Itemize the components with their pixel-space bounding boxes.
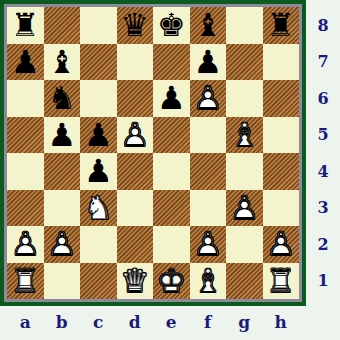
piece-white-knight[interactable]: ♞ (80, 190, 117, 227)
square-f1[interactable]: ♝♗ (190, 263, 227, 300)
piece-white-pawn-outline: ♙ (263, 226, 300, 263)
square-a1[interactable]: ♜♖ (7, 263, 44, 300)
rank-labels: 87654321 (308, 7, 338, 299)
piece-white-rook[interactable]: ♜ (263, 263, 300, 300)
rank-label-4: 4 (308, 153, 338, 190)
piece-white-king-outline: ♔ (153, 263, 190, 300)
piece-black-bishop[interactable]: ♝ (44, 44, 81, 81)
piece-white-pawn-outline: ♙ (190, 80, 227, 117)
piece-black-pawn[interactable]: ♟ (44, 117, 81, 154)
square-g1[interactable] (226, 263, 263, 300)
rank-label-8: 8 (308, 7, 338, 44)
square-g7[interactable] (226, 44, 263, 81)
square-e3[interactable] (153, 190, 190, 227)
piece-white-knight-outline: ♘ (80, 190, 117, 227)
piece-white-pawn-outline: ♙ (117, 117, 154, 154)
square-a6[interactable] (7, 80, 44, 117)
piece-black-king[interactable]: ♚ (153, 7, 190, 44)
piece-white-pawn[interactable]: ♟ (117, 117, 154, 154)
file-label-a: a (7, 306, 44, 338)
piece-black-pawn[interactable]: ♟ (190, 44, 227, 81)
piece-white-pawn-outline: ♙ (7, 226, 44, 263)
square-f6[interactable]: ♟♙ (190, 80, 227, 117)
square-c5[interactable]: ♟ (80, 117, 117, 154)
square-g4[interactable] (226, 153, 263, 190)
square-f5[interactable] (190, 117, 227, 154)
piece-black-bishop[interactable]: ♝ (190, 7, 227, 44)
board-border: ♜♛♚♝♜♟♝♟♞♟♟♙♟♟♟♙♝♗♟♞♘♟♙♟♙♟♙♟♙♟♙♜♖♛♕♚♔♝♗♜… (0, 0, 306, 306)
square-e7[interactable] (153, 44, 190, 81)
square-f4[interactable] (190, 153, 227, 190)
piece-white-pawn[interactable]: ♟ (7, 226, 44, 263)
square-b1[interactable] (44, 263, 81, 300)
square-g5[interactable]: ♝♗ (226, 117, 263, 154)
piece-black-rook[interactable]: ♜ (263, 7, 300, 44)
piece-white-rook[interactable]: ♜ (7, 263, 44, 300)
file-label-e: e (153, 306, 190, 338)
file-label-f: f (190, 306, 227, 338)
piece-black-queen[interactable]: ♛ (117, 7, 154, 44)
file-label-c: c (80, 306, 117, 338)
piece-black-pawn[interactable]: ♟ (80, 153, 117, 190)
square-a3[interactable] (7, 190, 44, 227)
piece-white-rook-outline: ♖ (263, 263, 300, 300)
rank-label-7: 7 (308, 44, 338, 81)
square-e5[interactable] (153, 117, 190, 154)
square-b5[interactable]: ♟ (44, 117, 81, 154)
square-d4[interactable] (117, 153, 154, 190)
square-b8[interactable] (44, 7, 81, 44)
square-d6[interactable] (117, 80, 154, 117)
square-g6[interactable] (226, 80, 263, 117)
square-d8[interactable]: ♛ (117, 7, 154, 44)
square-c2[interactable] (80, 226, 117, 263)
square-e6[interactable]: ♟ (153, 80, 190, 117)
square-b7[interactable]: ♝ (44, 44, 81, 81)
square-c6[interactable] (80, 80, 117, 117)
square-c3[interactable]: ♞♘ (80, 190, 117, 227)
piece-white-bishop-outline: ♗ (226, 117, 263, 154)
piece-white-rook-outline: ♖ (7, 263, 44, 300)
square-g3[interactable]: ♟♙ (226, 190, 263, 227)
piece-white-pawn[interactable]: ♟ (226, 190, 263, 227)
piece-black-pawn[interactable]: ♟ (7, 44, 44, 81)
square-f2[interactable]: ♟♙ (190, 226, 227, 263)
piece-white-pawn-outline: ♙ (44, 226, 81, 263)
piece-black-knight[interactable]: ♞ (44, 80, 81, 117)
piece-white-queen-outline: ♕ (117, 263, 154, 300)
square-f7[interactable]: ♟ (190, 44, 227, 81)
file-label-g: g (226, 306, 263, 338)
rank-label-3: 3 (308, 190, 338, 227)
rank-label-5: 5 (308, 117, 338, 154)
square-c1[interactable] (80, 263, 117, 300)
piece-white-pawn-outline: ♙ (226, 190, 263, 227)
piece-white-queen[interactable]: ♛ (117, 263, 154, 300)
square-h8[interactable]: ♜ (263, 7, 300, 44)
chess-board: ♜♛♚♝♜♟♝♟♞♟♟♙♟♟♟♙♝♗♟♞♘♟♙♟♙♟♙♟♙♟♙♜♖♛♕♚♔♝♗♜… (7, 7, 299, 299)
square-f3[interactable] (190, 190, 227, 227)
square-b3[interactable] (44, 190, 81, 227)
square-a8[interactable]: ♜ (7, 7, 44, 44)
piece-white-bishop-outline: ♗ (190, 263, 227, 300)
square-d2[interactable] (117, 226, 154, 263)
square-h4[interactable] (263, 153, 300, 190)
file-label-h: h (263, 306, 300, 338)
rank-label-6: 6 (308, 80, 338, 117)
square-h5[interactable] (263, 117, 300, 154)
square-e1[interactable]: ♚♔ (153, 263, 190, 300)
rank-label-1: 1 (308, 263, 338, 300)
piece-black-pawn[interactable]: ♟ (153, 80, 190, 117)
square-g8[interactable] (226, 7, 263, 44)
file-label-b: b (44, 306, 81, 338)
square-e8[interactable]: ♚ (153, 7, 190, 44)
square-c8[interactable] (80, 7, 117, 44)
piece-white-pawn[interactable]: ♟ (190, 226, 227, 263)
square-d1[interactable]: ♛♕ (117, 263, 154, 300)
square-h7[interactable] (263, 44, 300, 81)
square-d5[interactable]: ♟♙ (117, 117, 154, 154)
square-b6[interactable]: ♞ (44, 80, 81, 117)
square-g2[interactable] (226, 226, 263, 263)
square-a4[interactable] (7, 153, 44, 190)
piece-black-rook[interactable]: ♜ (7, 7, 44, 44)
piece-white-pawn[interactable]: ♟ (190, 80, 227, 117)
piece-black-pawn[interactable]: ♟ (80, 117, 117, 154)
piece-white-pawn[interactable]: ♟ (263, 226, 300, 263)
square-e2[interactable] (153, 226, 190, 263)
square-b2[interactable]: ♟♙ (44, 226, 81, 263)
rank-label-2: 2 (308, 226, 338, 263)
piece-white-pawn[interactable]: ♟ (44, 226, 81, 263)
file-labels: abcdefgh (7, 306, 299, 338)
square-a5[interactable] (7, 117, 44, 154)
file-label-d: d (117, 306, 154, 338)
square-d7[interactable] (117, 44, 154, 81)
piece-white-bishop[interactable]: ♝ (190, 263, 227, 300)
square-b4[interactable] (44, 153, 81, 190)
square-h6[interactable] (263, 80, 300, 117)
square-h1[interactable]: ♜♖ (263, 263, 300, 300)
square-c4[interactable]: ♟ (80, 153, 117, 190)
piece-white-pawn-outline: ♙ (190, 226, 227, 263)
square-h2[interactable]: ♟♙ (263, 226, 300, 263)
square-a2[interactable]: ♟♙ (7, 226, 44, 263)
square-c7[interactable] (80, 44, 117, 81)
square-f8[interactable]: ♝ (190, 7, 227, 44)
square-h3[interactable] (263, 190, 300, 227)
piece-white-bishop[interactable]: ♝ (226, 117, 263, 154)
piece-white-king[interactable]: ♚ (153, 263, 190, 300)
square-d3[interactable] (117, 190, 154, 227)
square-e4[interactable] (153, 153, 190, 190)
square-a7[interactable]: ♟ (7, 44, 44, 81)
board-frame: ♜♛♚♝♜♟♝♟♞♟♟♙♟♟♟♙♝♗♟♞♘♟♙♟♙♟♙♟♙♟♙♜♖♛♕♚♔♝♗♜… (4, 4, 302, 302)
